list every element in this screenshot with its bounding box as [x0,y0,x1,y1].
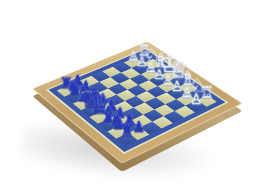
board-border: ♖♘♗♔♕♗♘♖♙♙♙♙♙♙♙♙♟♟♟♟♟♟♟♟♜♞♝♚♛♝♞♜ [49,49,226,152]
piece-clear-rook-a1: ♖ [194,85,220,101]
wooden-frame: ♖♘♗♔♕♗♘♖♙♙♙♙♙♙♙♙♟♟♟♟♟♟♟♟♜♞♝♚♛♝♞♜ [32,41,243,164]
scene: ♖♘♗♔♕♗♘♖♙♙♙♙♙♙♙♙♟♟♟♟♟♟♟♟♜♞♝♚♛♝♞♜ [0,0,267,189]
piece-clear-knight-b1: ♘ [184,76,210,95]
chess-board: ♖♘♗♔♕♗♘♖♙♙♙♙♙♙♙♙♟♟♟♟♟♟♟♟♜♞♝♚♛♝♞♜ [32,41,243,164]
square-e4 [127,85,147,96]
frame-inlay-line: ♖♘♗♔♕♗♘♖♙♙♙♙♙♙♙♙♟♟♟♟♟♟♟♟♜♞♝♚♛♝♞♜ [46,48,229,154]
piece-clear-bishop-c1: ♗ [175,68,201,88]
piece-clear-rook-h1: ♖ [132,44,156,59]
square-a1: ♖ [196,95,216,107]
chess-set-photo: ♖♘♗♔♕♗♘♖♙♙♙♙♙♙♙♙♟♟♟♟♟♟♟♟♜♞♝♚♛♝♞♜ [0,0,267,189]
